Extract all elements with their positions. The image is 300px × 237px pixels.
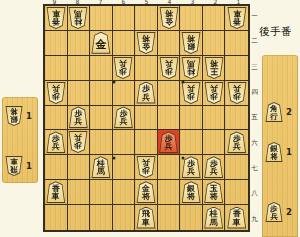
piece-kanji: 銀将	[10, 107, 19, 125]
piece-kanji: 飛車	[10, 157, 19, 175]
gote-hand-飛車[interactable]: 飛車1	[5, 155, 37, 177]
shogi-piece-歩兵-34[interactable]: 歩兵	[181, 82, 201, 104]
shogi-piece-歩兵-63[interactable]: 歩兵	[113, 57, 133, 79]
shogi-diagram: 987654321 一二三四五六七八九 香車桂馬金将香車金金将銀将歩兵歩兵桂馬王…	[0, 0, 300, 237]
cell-52[interactable]: 金将	[135, 31, 158, 56]
hand-count: 1	[26, 161, 32, 171]
cell-98[interactable]: 香車	[45, 180, 68, 205]
cell-58[interactable]: 金将	[135, 180, 158, 205]
cell-26[interactable]	[203, 130, 226, 155]
piece-face: 歩兵	[228, 132, 246, 152]
cell-55[interactable]	[135, 106, 158, 131]
piece-kanji: 金将	[141, 183, 150, 202]
rank-label: 九	[250, 207, 259, 232]
cell-76[interactable]	[90, 130, 113, 155]
gote-hand-tray: 銀将1飛車1	[2, 97, 38, 183]
cell-89[interactable]	[68, 205, 91, 230]
cell-69[interactable]	[113, 205, 136, 230]
shogi-board: 香車桂馬金将香車金金将銀将歩兵歩兵桂馬王将歩兵歩兵歩兵歩兵歩兵歩兵歩兵歩兵歩兵歩…	[43, 4, 250, 232]
shogi-piece-銀将[interactable]: 銀将	[265, 142, 283, 162]
piece-kanji: 桂馬	[209, 208, 218, 227]
cell-24[interactable]: 歩兵	[203, 81, 226, 106]
sente-hand-tray: 角行2銀将1歩兵2	[262, 55, 298, 237]
cell-74[interactable]	[90, 81, 113, 106]
star-point	[182, 81, 185, 84]
cell-92[interactable]	[45, 31, 68, 56]
shogi-piece-歩兵-24[interactable]: 歩兵	[204, 82, 224, 104]
piece-face: 王将	[205, 58, 223, 78]
cell-93[interactable]	[45, 56, 68, 81]
cell-12[interactable]	[225, 31, 248, 56]
piece-kanji: 銀将	[270, 143, 279, 161]
piece-kanji: 香車	[232, 208, 241, 227]
piece-kanji: 桂馬	[187, 58, 196, 77]
shogi-piece-歩兵-27[interactable]: 歩兵	[204, 156, 224, 178]
shogi-piece-飛車[interactable]: 飛車	[5, 156, 23, 176]
shogi-piece-歩兵-16[interactable]: 歩兵	[227, 131, 247, 153]
rank-label: 四	[250, 80, 259, 105]
piece-kanji: 飛車	[141, 208, 150, 227]
hand-count: 2	[286, 207, 292, 217]
cell-95[interactable]	[45, 106, 68, 131]
shogi-piece-歩兵[interactable]: 歩兵	[265, 202, 283, 222]
cell-96[interactable]: 歩兵	[45, 130, 68, 155]
shogi-piece-桂馬-29[interactable]: 桂馬	[204, 207, 224, 229]
rank-label: 八	[250, 181, 259, 206]
shogi-piece-桂馬-77[interactable]: 桂馬	[91, 156, 111, 178]
cell-67[interactable]	[113, 155, 136, 180]
cell-66[interactable]	[113, 130, 136, 155]
piece-face: 歩兵	[160, 132, 178, 152]
piece-kanji: 王将	[209, 58, 218, 77]
cell-29[interactable]: 桂馬	[203, 205, 226, 230]
piece-face: 飛車	[6, 157, 22, 175]
piece-kanji: 金将	[164, 9, 173, 28]
cell-86[interactable]: 歩兵	[68, 130, 91, 155]
cell-83[interactable]	[68, 56, 91, 81]
star-point	[182, 157, 185, 160]
cell-65[interactable]: 歩兵	[113, 106, 136, 131]
shogi-piece-香車-11[interactable]: 香車	[227, 7, 247, 29]
cell-33[interactable]: 桂馬	[180, 56, 203, 81]
cell-17[interactable]	[225, 155, 248, 180]
piece-kanji: 銀将	[187, 183, 196, 202]
shogi-piece-銀将-32[interactable]: 銀将	[181, 32, 201, 54]
cell-72[interactable]: 金	[90, 31, 113, 56]
cell-18[interactable]	[225, 180, 248, 205]
shogi-piece-香車-91[interactable]: 香車	[46, 7, 66, 29]
piece-face: 歩兵	[228, 83, 246, 103]
cell-16[interactable]: 歩兵	[225, 130, 248, 155]
piece-face: 銀将	[6, 107, 22, 125]
cell-91[interactable]: 香車	[45, 6, 68, 31]
cell-84[interactable]	[68, 81, 91, 106]
piece-kanji: 歩兵	[164, 58, 173, 77]
piece-face: 金将	[160, 8, 178, 28]
piece-face: 金将	[137, 182, 155, 202]
piece-face: 桂馬	[182, 58, 200, 78]
rank-label: 七	[250, 156, 259, 181]
cell-88[interactable]	[68, 180, 91, 205]
piece-face: 香車	[228, 208, 246, 228]
cell-25[interactable]	[203, 106, 226, 131]
cell-51[interactable]	[135, 6, 158, 31]
star-point	[113, 81, 116, 84]
piece-kanji: 金	[95, 36, 106, 50]
piece-kanji: 角行	[270, 103, 279, 121]
shogi-piece-香車-98[interactable]: 香車	[46, 181, 66, 203]
cell-11[interactable]: 香車	[225, 6, 248, 31]
piece-face: 歩兵	[205, 157, 223, 177]
piece-kanji: 歩兵	[232, 83, 241, 102]
cell-53[interactable]	[135, 56, 158, 81]
cell-71[interactable]	[90, 6, 113, 31]
cell-43[interactable]: 歩兵	[158, 56, 181, 81]
cell-13[interactable]	[225, 56, 248, 81]
shogi-piece-王将-23[interactable]: 王将	[204, 57, 224, 79]
sente-hand-角行[interactable]: 角行2	[265, 101, 297, 123]
piece-kanji: 歩兵	[187, 158, 196, 177]
cell-54[interactable]: 歩兵	[135, 81, 158, 106]
shogi-piece-金将-41[interactable]: 金将	[159, 7, 179, 29]
piece-face: 桂馬	[205, 208, 223, 228]
cell-97[interactable]	[45, 155, 68, 180]
cell-48[interactable]	[158, 180, 181, 205]
piece-face: 香車	[47, 182, 65, 202]
rank-label: 三	[250, 55, 259, 80]
piece-kanji: 歩兵	[141, 158, 150, 177]
hand-count: 1	[286, 147, 292, 157]
cell-94[interactable]: 歩兵	[45, 81, 68, 106]
piece-kanji: 歩兵	[187, 83, 196, 102]
cell-73[interactable]	[90, 56, 113, 81]
piece-face: 銀将	[266, 143, 282, 161]
piece-kanji: 歩兵	[51, 83, 60, 102]
cell-19[interactable]: 香車	[225, 205, 248, 230]
shogi-piece-金将-58[interactable]: 金将	[136, 181, 156, 203]
sente-hand-歩兵[interactable]: 歩兵2	[265, 201, 297, 223]
piece-face: 歩兵	[160, 58, 178, 78]
cell-61[interactable]	[113, 6, 136, 31]
piece-face: 歩兵	[182, 83, 200, 103]
star-point	[113, 157, 116, 160]
hand-count: 2	[286, 107, 292, 117]
shogi-piece-金-72[interactable]: 金	[91, 32, 111, 54]
piece-face: 銀将	[182, 33, 200, 53]
shogi-piece-歩兵-86[interactable]: 歩兵	[68, 131, 88, 153]
cell-62[interactable]	[113, 31, 136, 56]
piece-face: 歩兵	[137, 157, 155, 177]
piece-face: 飛車	[137, 208, 155, 228]
piece-face: 歩兵	[205, 83, 223, 103]
piece-kanji: 歩兵	[209, 83, 218, 102]
cell-75[interactable]	[90, 106, 113, 131]
shogi-piece-歩兵-94[interactable]: 歩兵	[46, 82, 66, 104]
cell-77[interactable]: 桂馬	[90, 155, 113, 180]
shogi-piece-歩兵-14[interactable]: 歩兵	[227, 82, 247, 104]
cell-78[interactable]	[90, 180, 113, 205]
rank-label: 六	[250, 131, 259, 156]
cell-28[interactable]: 玉将	[203, 180, 226, 205]
rank-labels: 一二三四五六七八九	[250, 4, 259, 232]
piece-face: 玉将	[205, 182, 223, 202]
piece-kanji: 歩兵	[164, 133, 173, 152]
turn-indicator: 後手番	[259, 25, 300, 39]
piece-kanji: 歩兵	[74, 133, 83, 152]
cell-41[interactable]: 金将	[158, 6, 181, 31]
hand-count: 1	[26, 111, 32, 121]
cell-39[interactable]	[180, 205, 203, 230]
cell-49[interactable]	[158, 205, 181, 230]
piece-kanji: 玉将	[209, 183, 218, 202]
piece-face: 歩兵	[69, 132, 87, 152]
piece-kanji: 金将	[141, 33, 150, 52]
piece-face: 歩兵	[266, 203, 282, 221]
piece-face: 銀将	[182, 182, 200, 202]
cell-57[interactable]: 歩兵	[135, 155, 158, 180]
cell-45[interactable]	[158, 106, 181, 131]
cell-87[interactable]	[68, 155, 91, 180]
shogi-piece-飛車-59[interactable]: 飛車	[136, 207, 156, 229]
cell-22[interactable]	[203, 31, 226, 56]
cell-31[interactable]	[180, 6, 203, 31]
rank-label: 二	[250, 29, 259, 54]
piece-kanji: 香車	[51, 183, 60, 202]
piece-face: 歩兵	[114, 58, 132, 78]
cell-47[interactable]	[158, 155, 181, 180]
cell-36[interactable]	[180, 130, 203, 155]
cell-14[interactable]: 歩兵	[225, 81, 248, 106]
sente-hand-銀将[interactable]: 銀将1	[265, 141, 297, 163]
cell-64[interactable]	[113, 81, 136, 106]
piece-face: 歩兵	[114, 107, 132, 127]
cell-46[interactable]: 歩兵	[158, 130, 181, 155]
cell-42[interactable]	[158, 31, 181, 56]
gote-hand-銀将[interactable]: 銀将1	[5, 105, 37, 127]
piece-kanji: 桂馬	[74, 9, 83, 28]
piece-kanji: 歩兵	[119, 58, 128, 77]
piece-kanji: 歩兵	[119, 108, 128, 127]
cell-35[interactable]	[180, 106, 203, 131]
cell-23[interactable]: 王将	[203, 56, 226, 81]
piece-face: 歩兵	[182, 157, 200, 177]
cell-56[interactable]	[135, 130, 158, 155]
piece-face: 桂馬	[92, 157, 110, 177]
piece-face: 歩兵	[69, 107, 87, 127]
piece-face: 歩兵	[137, 83, 155, 103]
cell-82[interactable]	[68, 31, 91, 56]
shogi-piece-歩兵-65[interactable]: 歩兵	[113, 106, 133, 128]
shogi-piece-歩兵-43[interactable]: 歩兵	[159, 57, 179, 79]
shogi-piece-歩兵-85[interactable]: 歩兵	[68, 106, 88, 128]
shogi-piece-歩兵-57[interactable]: 歩兵	[136, 156, 156, 178]
cell-99[interactable]	[45, 205, 68, 230]
cell-79[interactable]	[90, 205, 113, 230]
piece-face: 桂馬	[69, 8, 87, 28]
piece-face: 歩兵	[47, 132, 65, 152]
rank-label: 一	[250, 4, 259, 29]
cell-32[interactable]: 銀将	[180, 31, 203, 56]
shogi-piece-玉将-28[interactable]: 玉将	[204, 181, 224, 203]
piece-face: 角行	[266, 103, 282, 121]
piece-kanji: 桂馬	[96, 158, 105, 177]
piece-kanji: 歩兵	[51, 133, 60, 152]
piece-kanji: 歩兵	[270, 203, 279, 221]
cell-68[interactable]	[113, 180, 136, 205]
piece-kanji: 香車	[51, 9, 60, 28]
shogi-piece-歩兵-46[interactable]: 歩兵	[159, 131, 179, 153]
piece-kanji: 歩兵	[141, 83, 150, 102]
cell-59[interactable]: 飛車	[135, 205, 158, 230]
shogi-piece-桂馬-33[interactable]: 桂馬	[181, 57, 201, 79]
cell-27[interactable]: 歩兵	[203, 155, 226, 180]
piece-face: 香車	[228, 8, 246, 28]
piece-kanji: 歩兵	[232, 133, 241, 152]
cell-85[interactable]: 歩兵	[68, 106, 91, 131]
rank-label: 五	[250, 105, 259, 130]
shogi-piece-銀将-38[interactable]: 銀将	[181, 181, 201, 203]
shogi-piece-歩兵-54[interactable]: 歩兵	[136, 82, 156, 104]
piece-face: 金	[92, 33, 110, 53]
piece-kanji: 銀将	[187, 33, 196, 52]
cell-21[interactable]	[203, 6, 226, 31]
cell-44[interactable]	[158, 81, 181, 106]
cell-63[interactable]: 歩兵	[113, 56, 136, 81]
shogi-piece-香車-19[interactable]: 香車	[227, 207, 247, 229]
cell-38[interactable]: 銀将	[180, 180, 203, 205]
shogi-piece-歩兵-37[interactable]: 歩兵	[181, 156, 201, 178]
shogi-piece-歩兵-96[interactable]: 歩兵	[46, 131, 66, 153]
piece-kanji: 歩兵	[74, 108, 83, 127]
piece-kanji: 香車	[232, 9, 241, 28]
shogi-piece-銀将[interactable]: 銀将	[5, 106, 23, 126]
piece-face: 歩兵	[47, 83, 65, 103]
shogi-piece-金将-52[interactable]: 金将	[136, 32, 156, 54]
cell-15[interactable]	[225, 106, 248, 131]
piece-face: 香車	[47, 8, 65, 28]
cell-34[interactable]: 歩兵	[180, 81, 203, 106]
piece-kanji: 歩兵	[209, 158, 218, 177]
shogi-piece-角行[interactable]: 角行	[265, 102, 283, 122]
cell-81[interactable]: 桂馬	[68, 6, 91, 31]
shogi-piece-桂馬-81[interactable]: 桂馬	[68, 7, 88, 29]
piece-face: 金将	[137, 33, 155, 53]
